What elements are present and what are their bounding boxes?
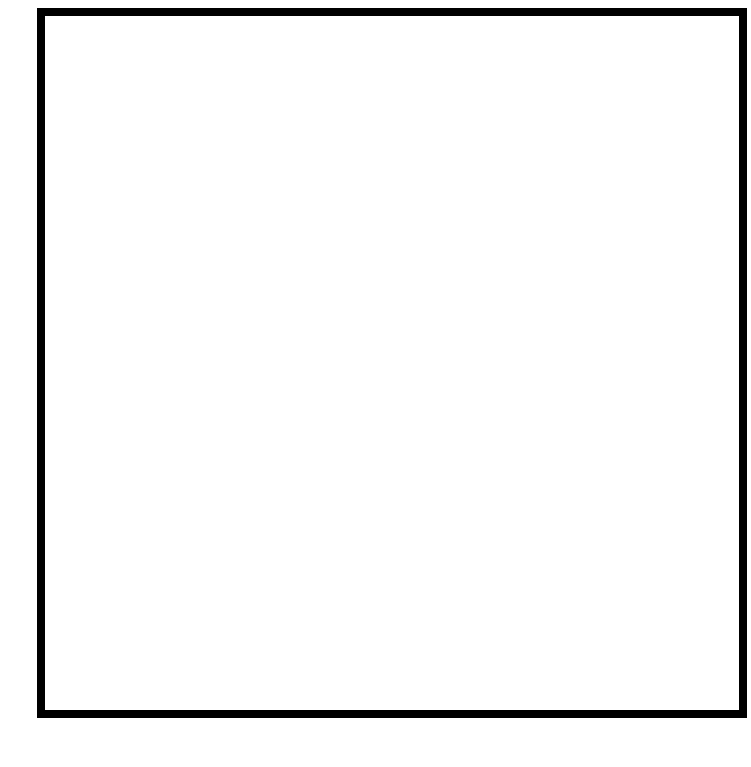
rank-label-3 <box>0 450 37 537</box>
file-label-b <box>132 716 219 766</box>
chess-diagram <box>0 0 751 767</box>
rank-label-4 <box>0 363 37 450</box>
file-label-c <box>219 716 306 766</box>
rank-label-1 <box>0 623 37 710</box>
rank-labels <box>0 16 37 710</box>
file-label-h <box>652 716 739 766</box>
file-label-a <box>45 716 132 766</box>
rank-label-7 <box>0 103 37 190</box>
rank-label-6 <box>0 190 37 277</box>
file-label-e <box>392 716 479 766</box>
file-label-d <box>305 716 392 766</box>
rank-label-8 <box>0 16 37 103</box>
file-labels <box>45 716 739 766</box>
file-label-f <box>479 716 566 766</box>
rank-label-2 <box>0 537 37 624</box>
rank-label-5 <box>0 276 37 363</box>
chess-board <box>37 8 747 718</box>
file-label-g <box>566 716 653 766</box>
